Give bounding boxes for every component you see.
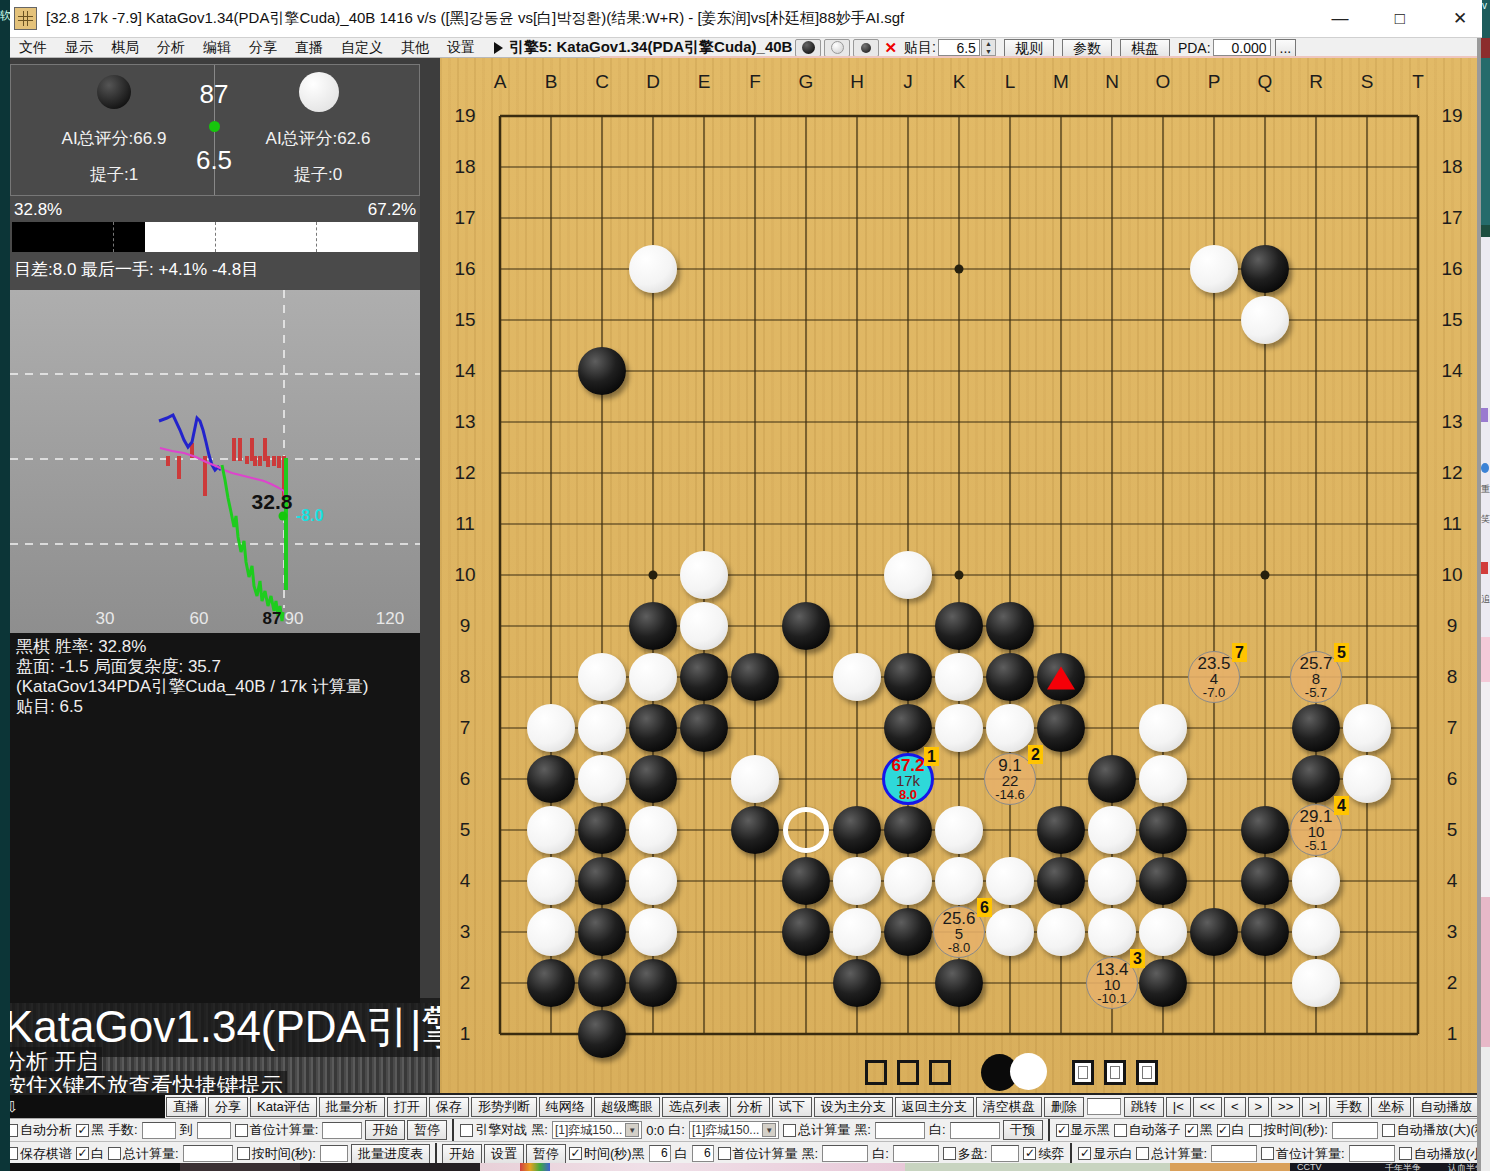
candidate-rank-badge: 1 (924, 747, 939, 766)
white-stone-E9[interactable] (680, 602, 728, 650)
black-stone-Q5[interactable] (1241, 806, 1289, 854)
checkbox-总计算量[interactable] (783, 1124, 796, 1137)
menu-item-其他[interactable]: 其他 (392, 39, 438, 55)
toolbar-input[interactable] (950, 1122, 1000, 1139)
candidate-rank-badge: 6 (977, 898, 992, 917)
coord-row-right-11: 11 (1435, 513, 1469, 535)
coord-row-left-3: 3 (448, 921, 482, 943)
white-stone-F6[interactable] (731, 755, 779, 803)
engine-info-block: 黑棋 胜率: 32.8%盘面: -1.5 局面复杂度: 35.7(KataGov… (10, 633, 420, 1003)
coord-row-right-5: 5 (1435, 819, 1469, 841)
menu-item-棋局[interactable]: 棋局 (102, 39, 148, 55)
toolbar-button-|<[interactable]: |< (1166, 1097, 1191, 1117)
toolbar-label: 手数: (108, 1121, 138, 1139)
white-stone-L7[interactable] (986, 704, 1034, 752)
candidate-move-K3[interactable]: 25.65-8.06 (933, 906, 985, 958)
toolbar-row-1: ⇩ 直播分享Kata评估批量分析打开保存形势判断纯网络超级鹰眼选点列表分析试下设… (0, 1095, 1490, 1119)
coord-col-E: E (687, 71, 721, 93)
white-stone-B3[interactable] (527, 908, 575, 956)
white-stone-C7[interactable] (578, 704, 626, 752)
toolbar-button-设置[interactable]: 设置 (484, 1144, 524, 1164)
checkbox-白[interactable]: ✓ (1217, 1124, 1230, 1137)
checkbox-续弈[interactable]: ✓ (1023, 1147, 1036, 1160)
nav-square-5[interactable] (1104, 1060, 1126, 1085)
checkbox-黑[interactable]: ✓ (76, 1124, 89, 1137)
winrate-bar (12, 222, 418, 252)
white-stone-S6[interactable] (1343, 755, 1391, 803)
white-stone-N4[interactable] (1088, 857, 1136, 905)
toolbar-input[interactable] (822, 1145, 868, 1162)
black-stone-C1[interactable] (578, 1010, 626, 1058)
black-stone-J5[interactable] (884, 806, 932, 854)
nav-square-3[interactable] (929, 1060, 951, 1085)
black-stone-L8[interactable] (986, 653, 1034, 701)
minimize-button[interactable]: — (1326, 6, 1354, 32)
menu-item-直播[interactable]: 直播 (286, 39, 332, 55)
more-button[interactable]: ... (1275, 39, 1297, 57)
white-stone-H3[interactable] (833, 908, 881, 956)
black-stone-button[interactable] (795, 39, 821, 57)
info-line: 黑棋 胜率: 32.8% (16, 637, 414, 657)
black-stone-F5[interactable] (731, 806, 779, 854)
coord-row-left-13: 13 (448, 411, 482, 433)
white-stone-O7[interactable] (1139, 704, 1187, 752)
winrate-bar-tick (113, 222, 114, 252)
engine-strip: 引擎5: KataGov1.34(PDA引擎Cuda)_40B ✕ 贴目: 6.… (488, 38, 1296, 57)
coord-row-right-15: 15 (1435, 309, 1469, 331)
toolbar-divider (435, 1143, 437, 1165)
go-board[interactable]: 67.217k8.019.122-14.6213.410-10.1329.110… (440, 58, 1477, 1093)
black-stone-N6[interactable] (1088, 755, 1136, 803)
black-stone-O5[interactable] (1139, 806, 1187, 854)
toolbar-button-超级鹰眼[interactable]: 超级鹰眼 (594, 1097, 660, 1117)
white-winrate-label: 67.2% (368, 200, 416, 220)
toolbar-label: 黑: (854, 1121, 871, 1139)
candidate-rank-badge: 3 (1130, 949, 1145, 968)
toolbar-button->>[interactable]: >> (1271, 1097, 1300, 1117)
white-stone-H8[interactable] (833, 653, 881, 701)
nav-square-6[interactable] (1136, 1060, 1158, 1085)
checkbox-label: 显示白 (1093, 1145, 1132, 1163)
toolbar-input[interactable] (875, 1122, 925, 1139)
coord-row-right-19: 19 (1435, 105, 1469, 127)
coord-row-left-14: 14 (448, 360, 482, 382)
toolbar-button-删除[interactable]: 删除 (1044, 1097, 1084, 1117)
coord-col-P: P (1197, 71, 1231, 93)
checkbox-自动播放(小)(毫秒)[interactable] (1399, 1147, 1412, 1160)
black-stone-Q4[interactable] (1241, 857, 1289, 905)
checkbox-按时间(秒):[interactable] (1249, 1124, 1262, 1137)
menu-item-分享[interactable]: 分享 (240, 39, 286, 55)
menu-item-编辑[interactable]: 编辑 (194, 39, 240, 55)
toolbar-input[interactable] (893, 1145, 939, 1162)
white-stone-K7[interactable] (935, 704, 983, 752)
white-stone-O3[interactable] (1139, 908, 1187, 956)
stop-engine-icon[interactable]: ✕ (884, 39, 897, 57)
coord-col-C: C (585, 71, 619, 93)
coord-col-H: H (840, 71, 874, 93)
coord-col-B: B (534, 71, 568, 93)
menu-item-分析[interactable]: 分析 (148, 39, 194, 55)
winrate-graph[interactable]: 3060879012032.8-8.0 (10, 290, 420, 633)
toolbar-button-纯网络[interactable]: 纯网络 (539, 1097, 592, 1117)
black-stone-G3[interactable] (782, 908, 830, 956)
coord-row-left-5: 5 (448, 819, 482, 841)
black-stone-E7[interactable] (680, 704, 728, 752)
black-stone-P3[interactable] (1190, 908, 1238, 956)
menu-item-自定义[interactable]: 自定义 (332, 39, 392, 55)
toolbar-label: 黑: (531, 1121, 548, 1139)
candidate-move-R8[interactable]: 25.78-5.75 (1290, 651, 1342, 703)
checkbox-首位计算量[interactable] (718, 1147, 731, 1160)
black-stone-K9[interactable] (935, 602, 983, 650)
toolbar-button-形势判断[interactable]: 形势判断 (471, 1097, 537, 1117)
checkbox-黑[interactable]: ✓ (1185, 1124, 1198, 1137)
candidate-rank-badge: 4 (1334, 796, 1349, 815)
white-stone-R4[interactable] (1292, 857, 1340, 905)
toolbar-divider (1048, 1119, 1050, 1141)
toolbar-button-打开[interactable]: 打开 (387, 1097, 427, 1117)
checkbox-label: 首位计算量: (250, 1121, 319, 1139)
black-stone-J8[interactable] (884, 653, 932, 701)
black-stone-D9[interactable] (629, 602, 677, 650)
toolbar-dropdown[interactable]: [1]弈城150...▼ (552, 1121, 642, 1139)
checkbox-引擎对战[interactable] (460, 1124, 473, 1137)
white-stone-D16[interactable] (629, 245, 677, 293)
toolbar-dropdown[interactable]: [1]弈城150...▼ (689, 1121, 779, 1139)
white-stone-button[interactable] (824, 39, 850, 57)
background-taskbar-sliver: CCTV 千年半争 认血半争 (0, 1163, 1490, 1171)
white-player-stone-icon (299, 72, 339, 112)
white-stone-Q15[interactable] (1241, 296, 1289, 344)
black-stone-L9[interactable] (986, 602, 1034, 650)
white-stone-B7[interactable] (527, 704, 575, 752)
toolbar-button-保存[interactable]: 保存 (429, 1097, 469, 1117)
black-stone-D7[interactable] (629, 704, 677, 752)
toolbar-label: 黑: (802, 1145, 819, 1163)
svg-text:87: 87 (263, 609, 282, 628)
checkbox-label: 总计算量: (1151, 1145, 1207, 1163)
rules-button[interactable]: 规则 (1004, 39, 1054, 57)
toolbar-input[interactable] (1087, 1098, 1121, 1115)
checkbox-首位计算量:[interactable] (235, 1124, 248, 1137)
toolbar-button-批量进度表[interactable]: 批量进度表 (351, 1144, 430, 1164)
coord-col-F: F (738, 71, 772, 93)
checkbox-显示白[interactable]: ✓ (1078, 1147, 1091, 1160)
coord-row-right-13: 13 (1435, 411, 1469, 433)
coord-col-A: A (483, 71, 517, 93)
coord-col-Q: Q (1248, 71, 1282, 93)
white-stone-D3[interactable] (629, 908, 677, 956)
toolbar-button-暂停[interactable]: 暂停 (526, 1144, 566, 1164)
komi-input[interactable]: 6.5 (938, 39, 980, 56)
coord-col-G: G (789, 71, 823, 93)
checkbox-label: 保存棋谱 (20, 1145, 72, 1163)
black-stone-G9[interactable] (782, 602, 830, 650)
white-stone-R2[interactable] (1292, 959, 1340, 1007)
white-stone-S7[interactable] (1343, 704, 1391, 752)
checkbox-首位计算量:[interactable] (1261, 1147, 1274, 1160)
close-button[interactable]: ✕ (1446, 6, 1474, 32)
black-stone-G4[interactable] (782, 857, 830, 905)
menu-items: 文件显示棋局分析编辑分享直播自定义其他设置 (10, 39, 484, 57)
candidate-move-P8[interactable]: 23.54-7.07 (1188, 651, 1240, 703)
black-stone-M7[interactable] (1037, 704, 1085, 752)
menu-item-文件[interactable]: 文件 (10, 39, 56, 55)
svg-text:30: 30 (96, 609, 115, 628)
toolbar-input[interactable] (322, 1122, 362, 1139)
coord-row-left-2: 2 (448, 972, 482, 994)
toolbar-button-直播[interactable]: 直播 (166, 1097, 206, 1117)
toolbar-button-分享[interactable]: 分享 (208, 1097, 248, 1117)
coord-row-right-4: 4 (1435, 870, 1469, 892)
white-stone-B5[interactable] (527, 806, 575, 854)
toolbar-button-设为主分支[interactable]: 设为主分支 (814, 1097, 893, 1117)
candidate-move-J6[interactable]: 67.217k8.01 (882, 753, 934, 805)
coord-row-left-6: 6 (448, 768, 482, 790)
nav-square-2[interactable] (897, 1060, 919, 1085)
info-line: 贴目: 6.5 (16, 697, 414, 717)
toolbar-corner: ⇩ (0, 1095, 165, 1118)
black-stone-M4[interactable] (1037, 857, 1085, 905)
checkbox-显示黑[interactable]: ✓ (1056, 1124, 1069, 1137)
candidate-move-R5[interactable]: 29.110-5.14 (1290, 804, 1342, 856)
toolbar-button-Kata评估[interactable]: Kata评估 (250, 1097, 317, 1117)
toolbar-input[interactable] (1211, 1145, 1257, 1162)
checkbox-label: 时间(秒)黑 (584, 1145, 645, 1163)
toolbar-button-批量分析[interactable]: 批量分析 (319, 1097, 385, 1117)
toolbar-button-自动播放[interactable]: 自动播放 (1413, 1097, 1479, 1117)
dropdown-arrow-icon[interactable]: ▼ (762, 1123, 776, 1137)
edge-char-3: 追 (1481, 593, 1490, 605)
white-stone-D5[interactable] (629, 806, 677, 854)
black-stone-H2[interactable] (833, 959, 881, 1007)
params-button[interactable]: 参数 (1062, 39, 1112, 57)
checkbox-label: 白 (91, 1145, 104, 1163)
winrate-bar-black (12, 222, 145, 252)
white-stone-N5[interactable] (1088, 806, 1136, 854)
checkbox-label: 黑 (91, 1121, 104, 1139)
coord-col-J: J (891, 71, 925, 93)
candidate-move-L6[interactable]: 9.122-14.62 (984, 753, 1036, 805)
black-stone-C5[interactable] (578, 806, 626, 854)
half-stone-button[interactable] (853, 39, 879, 57)
black-stone-O4[interactable] (1139, 857, 1187, 905)
coord-row-left-15: 15 (448, 309, 482, 331)
checkbox-总计算量:[interactable] (108, 1147, 121, 1160)
coord-row-right-8: 8 (1435, 666, 1469, 688)
coord-row-right-17: 17 (1435, 207, 1469, 229)
white-stone-H4[interactable] (833, 857, 881, 905)
background-window-edge: 重 笑 追 (1477, 38, 1490, 1171)
toolbar-button->[interactable]: > (1248, 1097, 1270, 1117)
toolbar-button-<<[interactable]: << (1193, 1097, 1222, 1117)
toolbar-input[interactable]: 6 (692, 1145, 714, 1162)
black-stone-J7[interactable] (884, 704, 932, 752)
toolbar-label: 白 (675, 1145, 688, 1163)
toolbar-button-跳转[interactable]: 跳转 (1124, 1097, 1164, 1117)
play-icon[interactable] (494, 42, 503, 54)
toolbar-button-暂停[interactable]: 暂停 (407, 1120, 447, 1140)
toolbar-button-返回主分支[interactable]: 返回主分支 (895, 1097, 974, 1117)
checkbox-label: 显示黑 (1071, 1121, 1110, 1139)
info-line: 盘面: -1.5 局面复杂度: 35.7 (16, 657, 414, 677)
toolbar-button-试下[interactable]: 试下 (772, 1097, 812, 1117)
checkbox-label: 按时间(秒): (1264, 1121, 1328, 1139)
black-winrate-label: 32.8% (14, 200, 62, 220)
black-stone-F8[interactable] (731, 653, 779, 701)
toolbar-button-选点列表[interactable]: 选点列表 (662, 1097, 728, 1117)
toolbar-button-清空棋盘[interactable]: 清空棋盘 (976, 1097, 1042, 1117)
black-stone-C4[interactable] (578, 857, 626, 905)
checkbox-label: 引擎对战 (475, 1121, 527, 1139)
toolbar-label: 白: (668, 1121, 685, 1139)
black-stone-C14[interactable] (578, 347, 626, 395)
left-screen-edge: 软 (0, 0, 10, 1171)
white-stone-E10[interactable] (680, 551, 728, 599)
toolbar-button-手数[interactable]: 手数 (1329, 1097, 1369, 1117)
coord-col-O: O (1146, 71, 1180, 93)
toolbar-input[interactable] (183, 1145, 233, 1162)
checkbox-label: 自动分析 (20, 1121, 72, 1139)
white-stone-K8[interactable] (935, 653, 983, 701)
toolbar-button-开始[interactable]: 开始 (365, 1120, 405, 1140)
coord-col-L: L (993, 71, 1027, 93)
checkbox-多盘:[interactable] (943, 1147, 956, 1160)
toolbar-label: 0:0 (646, 1123, 664, 1138)
toolbar-input[interactable] (1332, 1122, 1378, 1139)
black-stone-R6[interactable] (1292, 755, 1340, 803)
coord-row-right-16: 16 (1435, 258, 1469, 280)
black-player-stone-icon (97, 75, 131, 109)
toolbar-input[interactable] (142, 1122, 176, 1139)
candidate-rank-badge: 7 (1232, 643, 1247, 662)
black-stone-C2[interactable] (578, 959, 626, 1007)
white-stone-R3[interactable] (1292, 908, 1340, 956)
toolbar-input[interactable] (197, 1122, 231, 1139)
toolbar-input[interactable]: 6 (649, 1145, 671, 1162)
coord-row-right-3: 3 (1435, 921, 1469, 943)
black-stone-icon (802, 41, 815, 54)
toolbar-button-开始[interactable]: 开始 (442, 1144, 482, 1164)
white-stone-C8[interactable] (578, 653, 626, 701)
checkbox-自动落子[interactable] (1114, 1124, 1127, 1137)
black-stone-M5[interactable] (1037, 806, 1085, 854)
black-stone-E8[interactable] (680, 653, 728, 701)
winrate-bar-tick (215, 222, 216, 252)
komi-spinner[interactable]: ▲▼ (981, 39, 996, 56)
white-stone-M3[interactable] (1037, 908, 1085, 956)
coord-row-right-7: 7 (1435, 717, 1469, 739)
toolbar-button-坐标[interactable]: 坐标 (1371, 1097, 1411, 1117)
checkbox-总计算量:[interactable] (1136, 1147, 1149, 1160)
toolbar-input[interactable] (991, 1145, 1019, 1162)
coord-row-left-4: 4 (448, 870, 482, 892)
white-stone-B4[interactable] (527, 857, 575, 905)
coord-row-left-1: 1 (448, 1023, 482, 1045)
toolbar-input[interactable] (320, 1145, 348, 1162)
dropdown-arrow-icon[interactable]: ▼ (625, 1123, 639, 1137)
candidate-rank-badge: 2 (1028, 745, 1043, 764)
move-number: 87 (164, 79, 264, 110)
coord-row-right-2: 2 (1435, 972, 1469, 994)
nav-white-stone-toggle[interactable] (1010, 1053, 1047, 1090)
toolbar-button->|[interactable]: >| (1302, 1097, 1327, 1117)
black-captures: 提子:1 (14, 163, 214, 186)
nav-square-4[interactable] (1072, 1060, 1094, 1085)
white-stone-J10[interactable] (884, 551, 932, 599)
black-stone-R7[interactable] (1292, 704, 1340, 752)
black-stone-B6[interactable] (527, 755, 575, 803)
nav-square-1[interactable] (865, 1060, 887, 1085)
menu-item-显示[interactable]: 显示 (56, 39, 102, 55)
coord-row-left-11: 11 (448, 513, 482, 535)
black-stone-J3[interactable] (884, 908, 932, 956)
coord-col-T: T (1401, 71, 1435, 93)
engine-label: 引擎5: KataGov1.34(PDA引擎Cuda)_40B (509, 38, 792, 57)
coord-row-left-18: 18 (448, 156, 482, 178)
black-stone-C3[interactable] (578, 908, 626, 956)
toolbar-input[interactable] (1349, 1145, 1395, 1162)
black-stone-D2[interactable] (629, 959, 677, 1007)
winrate-section: 32.8% 67.2% 目差:8.0 最后一手: +4.1% -4.8目 (10, 196, 420, 290)
coord-row-right-10: 10 (1435, 564, 1469, 586)
checkbox-自动播放(大)(秒)[interactable] (1382, 1124, 1395, 1137)
board-button[interactable]: 棋盘 (1120, 39, 1170, 57)
toolbar-button-<[interactable]: < (1224, 1097, 1246, 1117)
black-stone-K2[interactable] (935, 959, 983, 1007)
toolbar-label: 白: (872, 1145, 889, 1163)
black-stone-Q16[interactable] (1241, 245, 1289, 293)
checkbox-label: 首位计算量: (1276, 1145, 1345, 1163)
black-stone-Q3[interactable] (1241, 908, 1289, 956)
white-stone-K5[interactable] (935, 806, 983, 854)
pda-input[interactable]: 0.000 (1213, 39, 1271, 56)
toolbar-button-干预[interactable]: 干预 (1003, 1120, 1043, 1140)
white-stone-N3[interactable] (1088, 908, 1136, 956)
toolbar-button-分析[interactable]: 分析 (730, 1097, 770, 1117)
checkbox-label: 首位计算量 (733, 1145, 798, 1163)
coord-col-M: M (1044, 71, 1078, 93)
checkbox-白[interactable]: ✓ (76, 1147, 89, 1160)
white-stone-P16[interactable] (1190, 245, 1238, 293)
white-stone-D8[interactable] (629, 653, 677, 701)
black-stone-H5[interactable] (833, 806, 881, 854)
coord-row-right-14: 14 (1435, 360, 1469, 382)
checkbox-label: 自动落子 (1129, 1121, 1181, 1139)
white-stone-J4[interactable] (884, 857, 932, 905)
white-stone-icon (831, 41, 844, 54)
edge-char-2: 笑 (1481, 513, 1490, 525)
black-stone-M8[interactable] (1037, 653, 1085, 701)
black-stone-B2[interactable] (527, 959, 575, 1007)
white-stone-L4[interactable] (986, 857, 1034, 905)
checkbox-时间(秒)黑[interactable]: ✓ (569, 1147, 582, 1160)
white-stone-D4[interactable] (629, 857, 677, 905)
black-stone-O2[interactable] (1139, 959, 1187, 1007)
checkbox-按时间(秒):[interactable] (237, 1147, 250, 1160)
maximize-button[interactable]: □ (1386, 6, 1414, 32)
coord-row-left-12: 12 (448, 462, 482, 484)
black-stone-D6[interactable] (629, 755, 677, 803)
title-bar: [32.8 17k -7.9] KataGov1.34(PDA引擎Cuda)_4… (0, 0, 1490, 38)
white-stone-L3[interactable] (986, 908, 1034, 956)
candidate-move-N2[interactable]: 13.410-10.13 (1086, 957, 1138, 1009)
menu-item-设置[interactable]: 设置 (438, 39, 484, 55)
white-stone-C6[interactable] (578, 755, 626, 803)
white-stone-O6[interactable] (1139, 755, 1187, 803)
white-stone-K4[interactable] (935, 857, 983, 905)
